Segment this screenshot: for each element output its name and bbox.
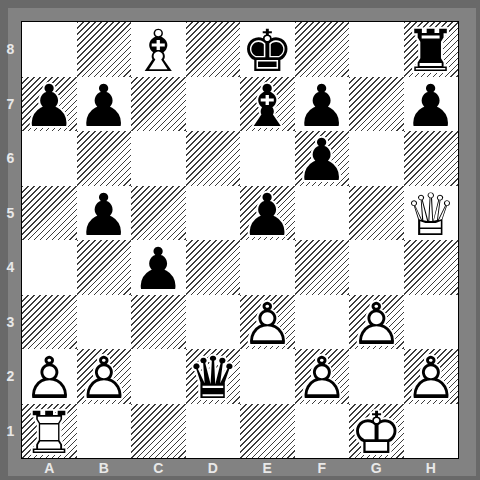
black-pawn-f7[interactable]: ♟♟	[295, 77, 350, 132]
file-label-g: G	[349, 458, 404, 477]
white-bishop-c8[interactable]: ♝♗	[131, 22, 186, 77]
black-pawn-c4[interactable]: ♟♟	[131, 240, 186, 295]
black-pawn-e5[interactable]: ♟♟	[240, 186, 295, 241]
pawn-icon: ♙	[22, 351, 77, 406]
white-pawn-a2[interactable]: ♟♙	[22, 349, 77, 404]
black-pawn-b7[interactable]: ♟♟	[77, 77, 132, 132]
pawn-icon: ♙	[349, 297, 404, 352]
rank-label-3: 3	[0, 295, 21, 350]
file-label-h: H	[404, 458, 459, 477]
pawn-icon: ♙	[404, 351, 459, 406]
file-label-f: F	[295, 458, 350, 477]
file-label-d: D	[186, 458, 241, 477]
pieces-layer: ♝♗♚♚♜♜♟♟♟♟♝♝♟♟♟♟♟♟♟♟♟♟♛♕♟♟♟♙♟♙♟♙♟♙♛♛♟♙♟♙…	[22, 22, 458, 458]
black-king-e8[interactable]: ♚♚	[240, 22, 295, 77]
pawn-icon: ♟	[404, 79, 459, 134]
rank-label-7: 7	[0, 77, 21, 132]
chessboard-frame: ♝♗♚♚♜♜♟♟♟♟♝♝♟♟♟♟♟♟♟♟♟♟♛♕♟♟♟♙♟♙♟♙♟♙♛♛♟♙♟♙…	[0, 0, 480, 480]
black-pawn-b5[interactable]: ♟♟	[77, 186, 132, 241]
black-pawn-f6[interactable]: ♟♟	[295, 131, 350, 186]
black-bishop-e7[interactable]: ♝♝	[240, 77, 295, 132]
king-icon: ♚	[240, 24, 295, 79]
rank-label-1: 1	[0, 404, 21, 459]
frame-edge-right	[476, 0, 480, 480]
pawn-icon: ♟	[295, 133, 350, 188]
pawn-icon: ♟	[22, 79, 77, 134]
white-pawn-f2[interactable]: ♟♙	[295, 349, 350, 404]
white-pawn-e3[interactable]: ♟♙	[240, 295, 295, 350]
black-queen-d2[interactable]: ♛♛	[186, 349, 241, 404]
file-label-b: B	[77, 458, 132, 477]
file-label-c: C	[131, 458, 186, 477]
pawn-icon: ♟	[131, 242, 186, 297]
pawn-icon: ♙	[240, 297, 295, 352]
white-pawn-h2[interactable]: ♟♙	[404, 349, 459, 404]
white-pawn-b2[interactable]: ♟♙	[77, 349, 132, 404]
board: ♝♗♚♚♜♜♟♟♟♟♝♝♟♟♟♟♟♟♟♟♟♟♛♕♟♟♟♙♟♙♟♙♟♙♛♛♟♙♟♙…	[21, 21, 459, 459]
file-label-a: A	[22, 458, 77, 477]
pawn-icon: ♟	[77, 79, 132, 134]
pawn-icon: ♟	[295, 79, 350, 134]
pawn-icon: ♟	[240, 188, 295, 243]
white-pawn-g3[interactable]: ♟♙	[349, 295, 404, 350]
white-king-g1[interactable]: ♚♔	[349, 404, 404, 459]
queen-icon: ♕	[404, 188, 459, 243]
black-rook-h8[interactable]: ♜♜	[404, 22, 459, 77]
rook-icon: ♜	[404, 24, 459, 79]
rank-label-8: 8	[0, 22, 21, 77]
bishop-icon: ♗	[131, 24, 186, 79]
rank-label-6: 6	[0, 131, 21, 186]
rank-label-5: 5	[0, 186, 21, 241]
pawn-icon: ♟	[77, 188, 132, 243]
white-rook-a1[interactable]: ♜♖	[22, 404, 77, 459]
pawn-icon: ♙	[295, 351, 350, 406]
black-pawn-h7[interactable]: ♟♟	[404, 77, 459, 132]
rook-icon: ♖	[22, 406, 77, 461]
white-queen-h5[interactable]: ♛♕	[404, 186, 459, 241]
frame-edge-top	[0, 0, 480, 8]
bishop-icon: ♝	[240, 79, 295, 134]
rank-label-4: 4	[0, 240, 21, 295]
pawn-icon: ♙	[77, 351, 132, 406]
rank-label-2: 2	[0, 349, 21, 404]
queen-icon: ♛	[186, 351, 241, 406]
king-icon: ♔	[349, 406, 404, 461]
black-pawn-a7[interactable]: ♟♟	[22, 77, 77, 132]
file-label-e: E	[240, 458, 295, 477]
